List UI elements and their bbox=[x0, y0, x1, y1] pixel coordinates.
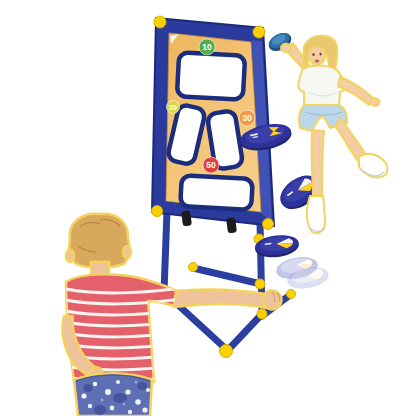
stand-right-diagonal bbox=[228, 314, 262, 350]
joint-ball bbox=[189, 263, 198, 272]
boy-fist bbox=[263, 291, 282, 310]
stand-left-leg bbox=[164, 211, 167, 292]
stand-foot-ball bbox=[220, 345, 233, 358]
product-photo: 10 20 30 50 bbox=[0, 0, 416, 416]
stand-frame bbox=[164, 211, 290, 350]
toss-game-scene: 10 20 30 50 bbox=[0, 0, 416, 416]
corner-ball bbox=[152, 206, 163, 217]
grip-bar-cap bbox=[287, 290, 296, 299]
boy-hair bbox=[69, 214, 129, 268]
score-badge-50-label: 50 bbox=[206, 160, 216, 170]
girl-mouth bbox=[315, 60, 319, 63]
girl-hand bbox=[371, 98, 380, 106]
target-board: 10 20 30 50 bbox=[152, 16, 275, 230]
mount-clip bbox=[226, 217, 237, 233]
boy-extended-arm bbox=[172, 290, 266, 308]
boy-figure bbox=[60, 214, 282, 416]
girl-extended-leg bbox=[336, 118, 365, 160]
target-holes bbox=[167, 52, 253, 210]
girl-eye bbox=[312, 53, 314, 56]
score-badge-30-label: 30 bbox=[242, 113, 252, 123]
hole-top-large bbox=[177, 52, 245, 99]
mount-clip bbox=[181, 210, 192, 226]
girl-eye bbox=[319, 53, 321, 56]
corner-ball bbox=[154, 16, 166, 28]
boy-ear bbox=[123, 246, 131, 258]
joint-ball bbox=[257, 309, 267, 319]
hole-bottom-wide bbox=[180, 175, 253, 210]
corner-ball bbox=[263, 219, 274, 230]
girl-hand-on-disc bbox=[281, 44, 291, 52]
stand-crossbar bbox=[193, 268, 261, 284]
score-badge-20-label: 20 bbox=[169, 104, 177, 111]
girl-right-leg bbox=[312, 130, 324, 195]
boy-ear bbox=[66, 250, 74, 262]
corner-ball bbox=[253, 26, 265, 38]
joint-ball bbox=[255, 279, 265, 289]
score-badge-10-label: 10 bbox=[202, 42, 212, 52]
